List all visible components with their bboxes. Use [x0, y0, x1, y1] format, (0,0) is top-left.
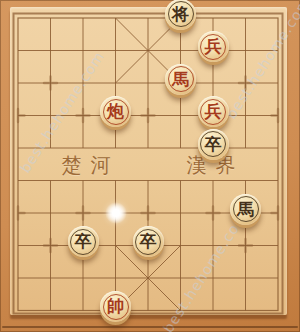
- piece-black-soldier[interactable]: 卒: [133, 226, 164, 257]
- piece-character: 馬: [172, 70, 189, 87]
- piece-red-general[interactable]: 帥: [100, 291, 131, 322]
- piece-black-soldier[interactable]: 卒: [198, 129, 229, 160]
- piece-character: 卒: [75, 233, 92, 250]
- piece-black-horse[interactable]: 馬: [230, 194, 261, 225]
- piece-character: 炮: [107, 103, 124, 120]
- piece-character: 将: [172, 5, 189, 22]
- piece-red-soldier[interactable]: 兵: [198, 96, 229, 127]
- piece-character: 馬: [237, 200, 254, 217]
- frame-seam: [2, 326, 298, 328]
- piece-black-soldier[interactable]: 卒: [68, 226, 99, 257]
- piece-character: 兵: [205, 103, 222, 120]
- piece-red-horse[interactable]: 馬: [165, 64, 196, 95]
- piece-character: 帥: [107, 298, 124, 315]
- piece-black-general[interactable]: 将: [165, 0, 196, 30]
- pieces-layer: 将兵馬炮兵卒馬卒卒帥: [0, 0, 300, 332]
- piece-red-soldier[interactable]: 兵: [198, 31, 229, 62]
- piece-character: 兵: [205, 38, 222, 55]
- xiangqi-board: 楚河 漢界 best.hehome.com best.hehome.com be…: [0, 0, 300, 332]
- piece-character: 卒: [205, 135, 222, 152]
- piece-red-cannon[interactable]: 炮: [100, 96, 131, 127]
- piece-character: 卒: [140, 233, 157, 250]
